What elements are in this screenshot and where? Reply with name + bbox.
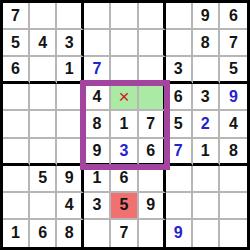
cell-r7c5[interactable]: 6 — [111, 166, 138, 193]
cell-r1c4[interactable] — [84, 3, 111, 30]
cell-r7c9[interactable] — [220, 166, 247, 193]
cell-r4c8[interactable]: 3 — [193, 84, 220, 111]
cell-r4c6[interactable] — [139, 84, 166, 111]
cell-r3c3[interactable]: 1 — [57, 57, 84, 84]
cell-r5c9[interactable]: 4 — [220, 111, 247, 138]
cell-r6c1[interactable] — [3, 139, 30, 166]
cell-r5c5[interactable]: 1 — [111, 111, 138, 138]
cell-r6c6[interactable]: 6 — [139, 139, 166, 166]
cell-r5c3[interactable] — [57, 111, 84, 138]
cell-r9c2[interactable]: 6 — [30, 220, 57, 247]
cell-r4c1[interactable] — [3, 84, 30, 111]
sudoku-board: 79654387617354×6398175249367185916435916… — [0, 0, 250, 250]
cell-r5c6[interactable]: 7 — [139, 111, 166, 138]
cell-r8c2[interactable] — [30, 193, 57, 220]
cell-r3c4[interactable]: 7 — [84, 57, 111, 84]
cell-r5c8[interactable]: 2 — [193, 111, 220, 138]
cell-r7c4[interactable]: 1 — [84, 166, 111, 193]
cell-r1c2[interactable] — [30, 3, 57, 30]
cell-r9c1[interactable]: 1 — [3, 220, 30, 247]
cell-r2c7[interactable] — [166, 30, 193, 57]
cell-r6c2[interactable] — [30, 139, 57, 166]
cell-r4c5[interactable]: × — [111, 84, 138, 111]
cell-r9c9[interactable] — [220, 220, 247, 247]
cell-r6c7[interactable]: 7 — [166, 139, 193, 166]
cell-r4c4[interactable]: 4 — [84, 84, 111, 111]
cell-r9c6[interactable] — [139, 220, 166, 247]
cell-r3c9[interactable]: 5 — [220, 57, 247, 84]
cell-r6c5[interactable]: 3 — [111, 139, 138, 166]
cell-r2c1[interactable]: 5 — [3, 30, 30, 57]
cell-r7c2[interactable]: 5 — [30, 166, 57, 193]
cell-r4c3[interactable] — [57, 84, 84, 111]
cell-r2c4[interactable] — [84, 30, 111, 57]
cell-r1c5[interactable] — [111, 3, 138, 30]
cell-r7c7[interactable] — [166, 166, 193, 193]
cell-r8c4[interactable]: 3 — [84, 193, 111, 220]
cell-r6c3[interactable] — [57, 139, 84, 166]
cell-r8c9[interactable] — [220, 193, 247, 220]
cell-r3c8[interactable] — [193, 57, 220, 84]
cell-r9c8[interactable] — [193, 220, 220, 247]
cell-r8c3[interactable]: 4 — [57, 193, 84, 220]
cell-r6c8[interactable]: 1 — [193, 139, 220, 166]
cell-r6c9[interactable]: 8 — [220, 139, 247, 166]
cell-r4c7[interactable]: 6 — [166, 84, 193, 111]
cell-r7c6[interactable] — [139, 166, 166, 193]
cell-r1c3[interactable] — [57, 3, 84, 30]
cell-r2c5[interactable] — [111, 30, 138, 57]
cell-r7c1[interactable] — [3, 166, 30, 193]
cell-r8c6[interactable]: 9 — [139, 193, 166, 220]
cell-r2c8[interactable]: 8 — [193, 30, 220, 57]
cell-r1c8[interactable]: 9 — [193, 3, 220, 30]
cell-r8c5[interactable]: 5 — [111, 193, 138, 220]
cell-r1c6[interactable] — [139, 3, 166, 30]
cell-r5c7[interactable]: 5 — [166, 111, 193, 138]
cell-r5c4[interactable]: 8 — [84, 111, 111, 138]
cell-r1c9[interactable]: 6 — [220, 3, 247, 30]
cell-r7c8[interactable] — [193, 166, 220, 193]
cell-r2c2[interactable]: 4 — [30, 30, 57, 57]
cell-r5c2[interactable] — [30, 111, 57, 138]
cell-r3c5[interactable] — [111, 57, 138, 84]
cell-r8c1[interactable] — [3, 193, 30, 220]
cell-r9c5[interactable]: 7 — [111, 220, 138, 247]
cell-r5c1[interactable] — [3, 111, 30, 138]
cell-r3c2[interactable] — [30, 57, 57, 84]
cell-r8c7[interactable] — [166, 193, 193, 220]
cell-r6c4[interactable]: 9 — [84, 139, 111, 166]
cell-r9c7[interactable]: 9 — [166, 220, 193, 247]
cell-r2c6[interactable] — [139, 30, 166, 57]
cell-r4c2[interactable] — [30, 84, 57, 111]
cell-r3c1[interactable]: 6 — [3, 57, 30, 84]
cell-r9c4[interactable] — [84, 220, 111, 247]
cell-r7c3[interactable]: 9 — [57, 166, 84, 193]
cell-r8c8[interactable] — [193, 193, 220, 220]
cell-r3c6[interactable] — [139, 57, 166, 84]
cell-r1c1[interactable]: 7 — [3, 3, 30, 30]
cell-r2c3[interactable]: 3 — [57, 30, 84, 57]
cell-r2c9[interactable]: 7 — [220, 30, 247, 57]
cell-r9c3[interactable]: 8 — [57, 220, 84, 247]
cell-r3c7[interactable]: 3 — [166, 57, 193, 84]
cell-r1c7[interactable] — [166, 3, 193, 30]
cell-r4c9[interactable]: 9 — [220, 84, 247, 111]
